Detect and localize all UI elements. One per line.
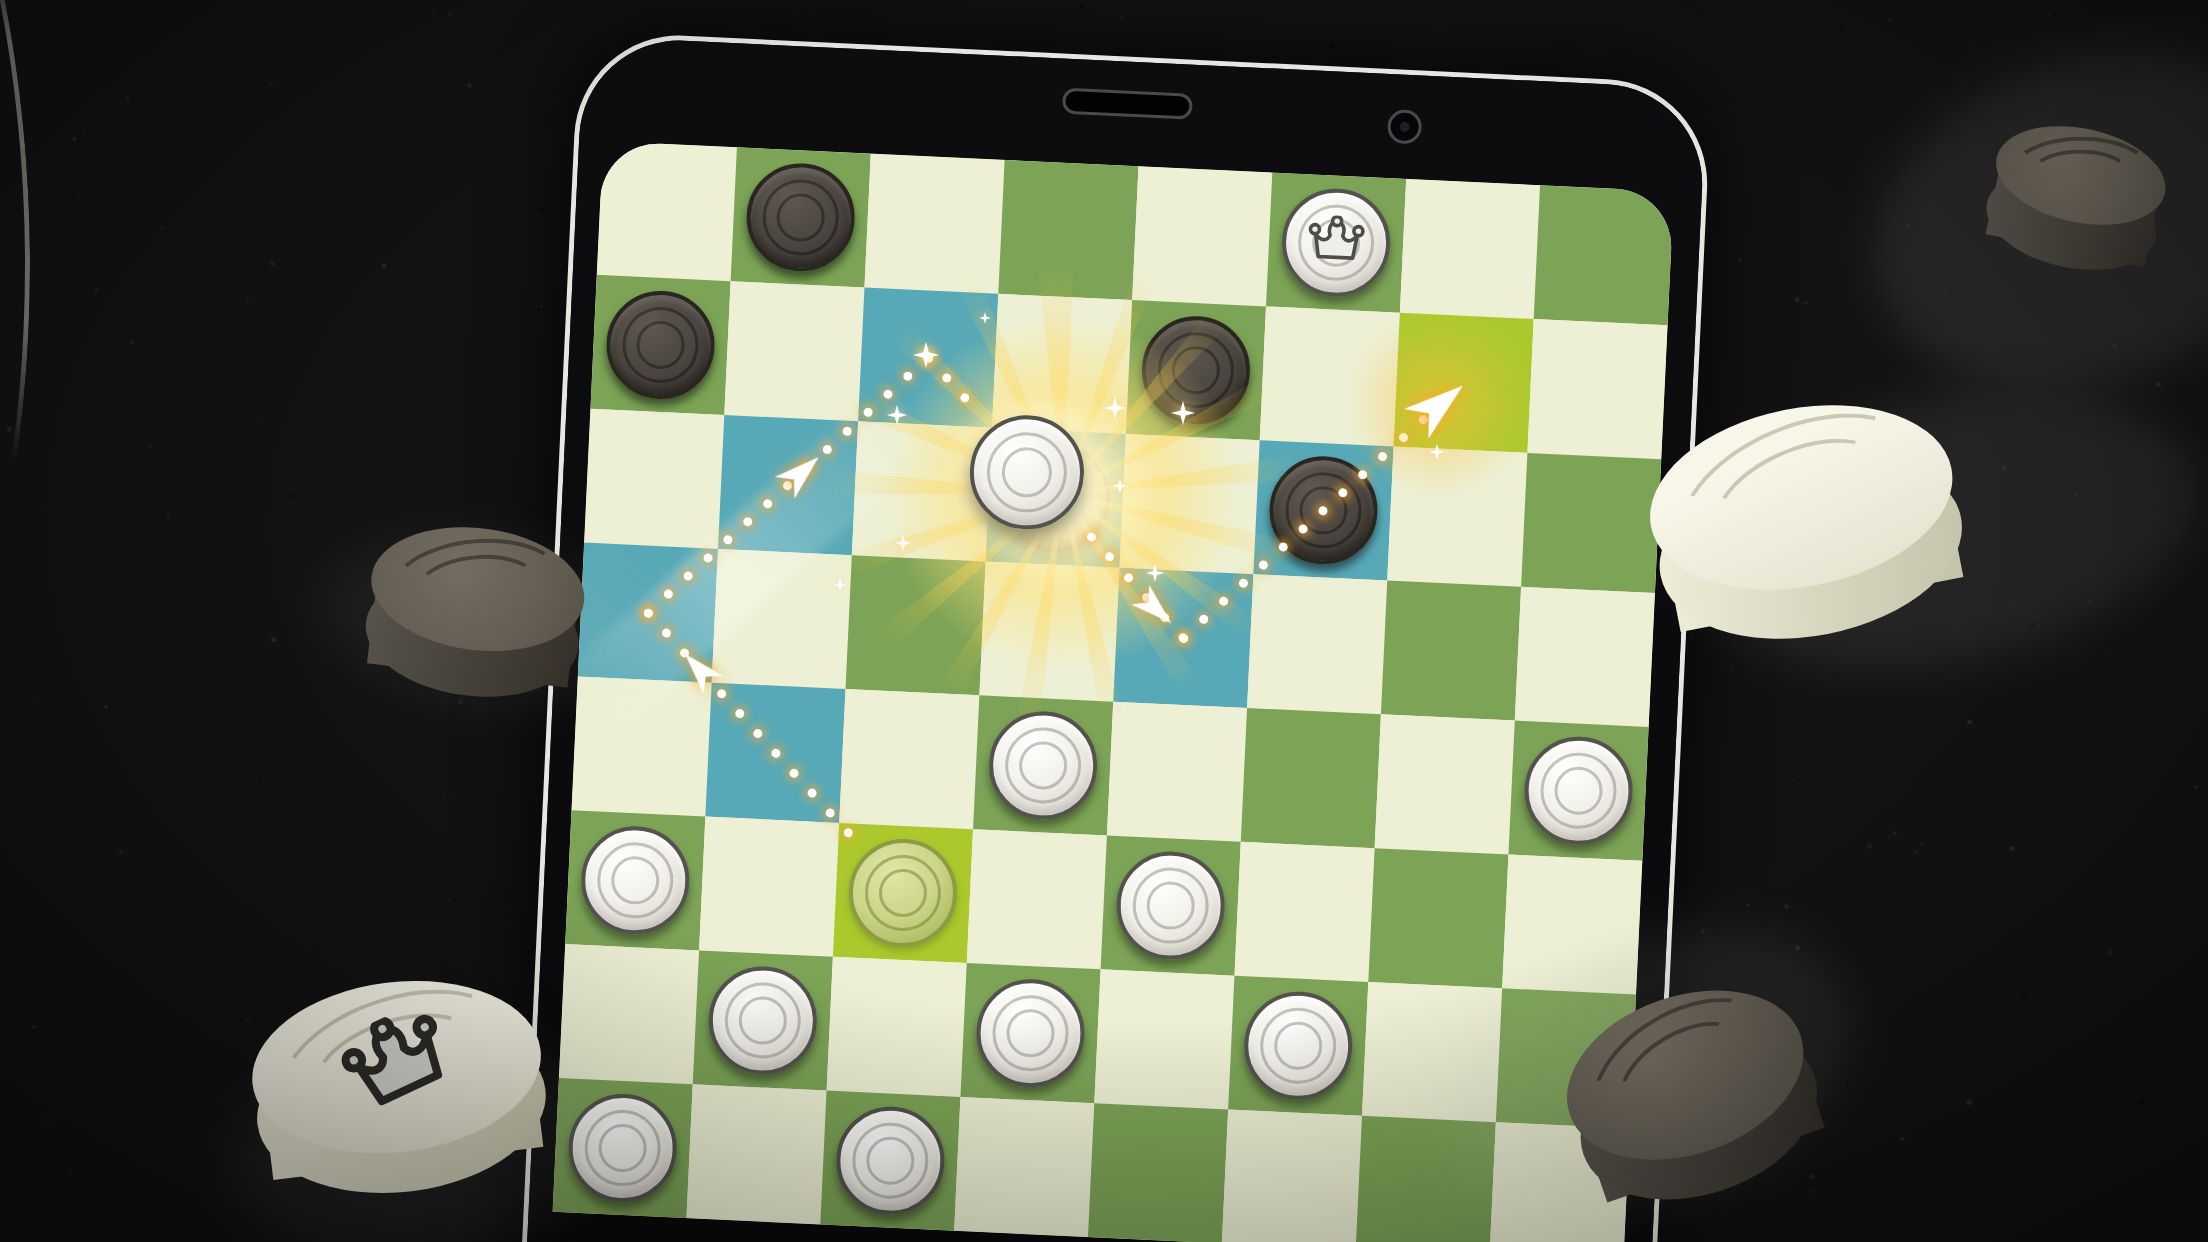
bg-speckle [14,52,18,56]
move-path-dot [807,788,816,797]
bg-speckle [448,898,451,901]
sparkle-icon [913,342,939,368]
checker-piece-white[interactable] [1114,849,1227,962]
checker-piece-white[interactable] [834,1104,947,1217]
checker-piece-white[interactable] [1522,734,1635,847]
sparkle-icon [1113,479,1127,493]
move-path-dot [643,608,652,617]
bg-speckle [104,705,108,709]
bg-speckle [1330,42,1335,47]
bg-speckle [1080,4,1085,9]
move-path-dot [844,828,853,837]
bg-speckle [2022,994,2027,999]
bg-speckle [2195,785,2198,788]
bg-speckle [162,459,165,462]
checker-piece-white[interactable] [1242,989,1355,1102]
bg-speckle [1793,779,1795,781]
bg-speckle [269,82,272,85]
bg-speckle [270,261,275,266]
bg-speckle [172,1237,175,1240]
sparkle-icon [833,578,847,592]
bg-speckle [1387,65,1391,69]
bg-speckle [442,795,445,798]
floating-checker-groove [2029,149,2132,202]
sparkle-icon [1104,397,1126,419]
bg-speckle [83,128,86,131]
bg-speckle [1888,18,1893,23]
bg-speckle [129,340,134,345]
bg-speckle [177,134,179,136]
sparkle-icon [887,405,907,425]
checker-piece-white[interactable] [974,977,1087,1090]
bg-speckle [166,513,170,517]
bg-speckle [458,699,463,704]
bg-speckle [1921,842,1924,845]
move-path-dot [771,748,780,757]
bg-speckle [258,778,262,782]
bg-speckle [454,798,456,800]
bg-speckle [32,695,35,698]
move-path-dot [942,373,951,382]
move-path-dot [753,728,762,737]
bg-speckle [1738,257,1743,262]
move-path-dot [1179,633,1188,642]
bg-speckle [117,591,119,593]
bg-speckle [1845,1081,1850,1086]
bg-speckle [291,493,296,498]
bg-speckle [125,96,130,101]
bg-speckle [271,637,276,642]
bg-speckle [1121,16,1123,18]
bg-speckle [448,11,452,15]
bg-speckle [382,263,386,267]
move-path-dot [826,808,835,817]
bg-speckle [312,944,315,947]
bg-speckle [1967,720,1971,724]
bg-speckle [1839,25,1843,29]
floating-checker-white-king [242,965,555,1209]
bg-speckle [1893,831,1897,835]
bg-speckle [1914,850,1919,855]
sparkle-icon [979,312,991,324]
phone-speaker [1062,88,1193,120]
bg-speckle [121,55,125,59]
bg-speckle [540,305,543,308]
bg-speckle [220,37,222,39]
bg-speckle [72,191,75,194]
bg-speckle [1812,1190,1815,1193]
move-path-dot [960,393,969,402]
sparkle-icon [895,535,911,551]
checker-piece-black[interactable] [604,288,717,401]
bg-speckle [1900,1137,1904,1141]
king-crown-icon [1306,214,1366,271]
bg-speckle [2156,382,2161,387]
bg-speckle [160,225,165,230]
bg-speckle [2139,1100,2143,1104]
bg-speckle [223,29,226,32]
bg-speckle [1809,1174,1814,1179]
move-path-dot [735,709,744,718]
bg-speckle [1966,1099,1971,1104]
sparkle-icon [1429,444,1445,460]
bg-speckle [1803,301,1807,305]
bg-speckle [511,921,513,923]
bg-speckle [261,414,264,417]
checker-piece-white[interactable] [579,824,692,937]
bg-speckle [94,288,99,293]
sparkle-icon [1171,401,1195,425]
bg-speckle [467,83,472,88]
bg-speckle [148,445,152,449]
bg-speckle [1784,904,1788,908]
bg-speckle [1746,903,1749,906]
checker-piece-white[interactable] [706,964,819,1077]
bg-speckle [2107,950,2112,955]
promo-scene [0,0,2208,1242]
bg-speckle [1972,46,1974,48]
bg-speckle [1029,1,1032,4]
bg-speckle [72,137,76,141]
bg-speckle [1783,1210,1785,1212]
bg-speckle [46,1118,50,1122]
bg-speckle [677,35,681,39]
bg-speckle [119,849,123,853]
bg-speckle [246,298,248,300]
floating-checker-dark [359,516,592,709]
move-path-dot [717,689,726,698]
move-path-dot [789,768,798,777]
sparkle-icon [1146,564,1164,582]
bg-speckle [539,206,544,211]
bg-speckle [2048,14,2050,16]
bg-speckle [1795,297,1799,301]
bg-speckle [2009,846,2014,851]
ghost-origin-piece [847,836,960,949]
bg-speckle [116,956,119,959]
move-path-dot [1123,573,1132,582]
bg-speckle [32,1025,36,1029]
bg-speckle [1867,844,1871,848]
phone-camera [1387,109,1423,145]
bg-speckle [432,9,435,12]
bg-speckle [69,1168,73,1172]
